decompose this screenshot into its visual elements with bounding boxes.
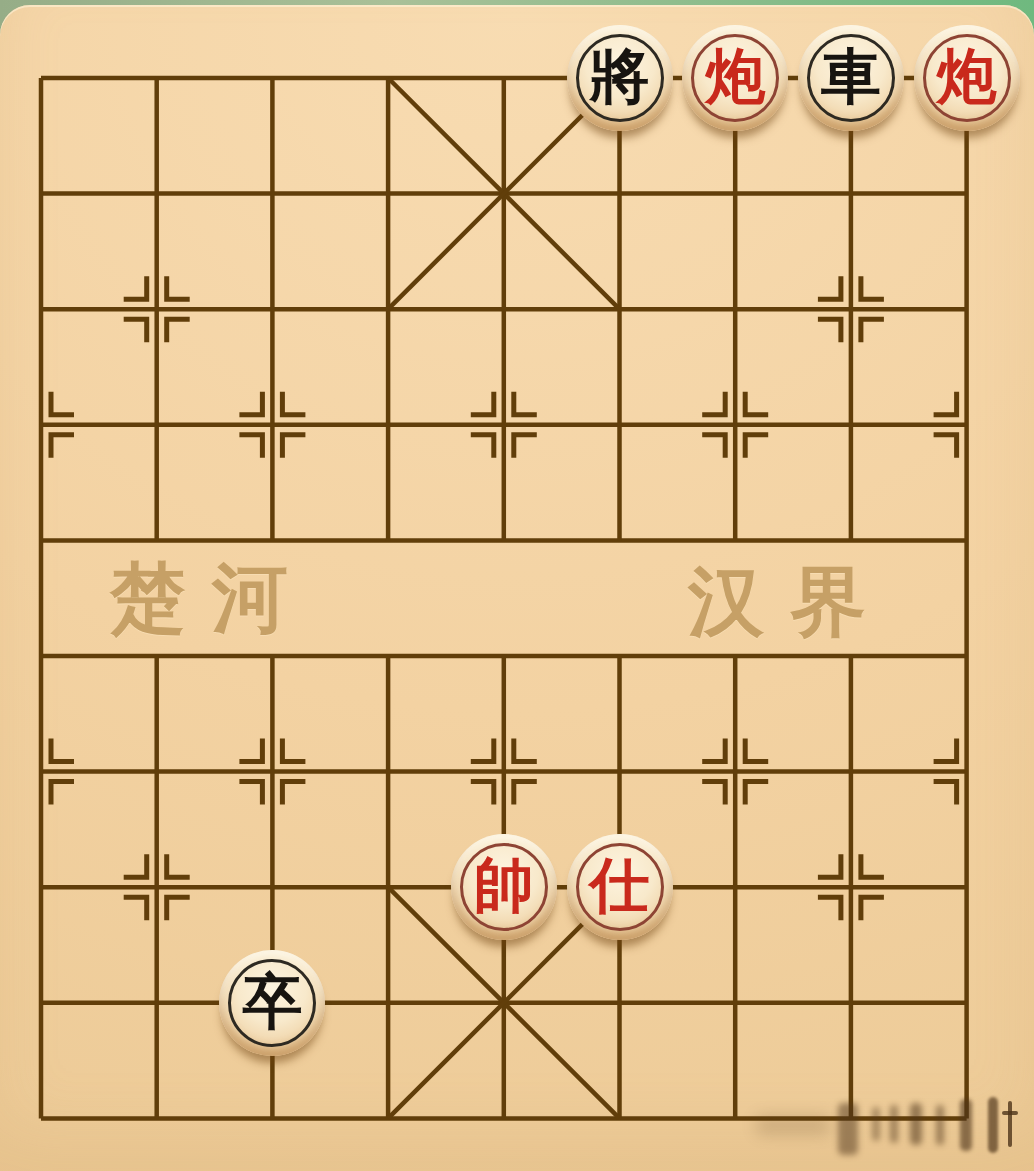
piece-black-soldier[interactable]: 卒 (219, 950, 325, 1056)
piece-red-cannon-b[interactable]: 炮 (914, 25, 1020, 131)
piece-red-general[interactable]: 帥 (451, 834, 557, 940)
piece-black-chariot[interactable]: 車 (798, 25, 904, 131)
piece-red-cannon-a[interactable]: 炮 (682, 25, 788, 131)
piece-glyph: 卒 (219, 950, 325, 1056)
piece-glyph: 將 (567, 25, 673, 131)
piece-glyph: 帥 (451, 834, 557, 940)
piece-red-advisor[interactable]: 仕 (567, 834, 673, 940)
piece-glyph: 車 (798, 25, 904, 131)
piece-glyph: 炮 (682, 25, 788, 131)
piece-black-general[interactable]: 將 (567, 25, 673, 131)
piece-glyph: 炮 (914, 25, 1020, 131)
piece-glyph: 仕 (567, 834, 673, 940)
pieces-layer: 將炮車炮帥仕卒 (0, 0, 1034, 1171)
